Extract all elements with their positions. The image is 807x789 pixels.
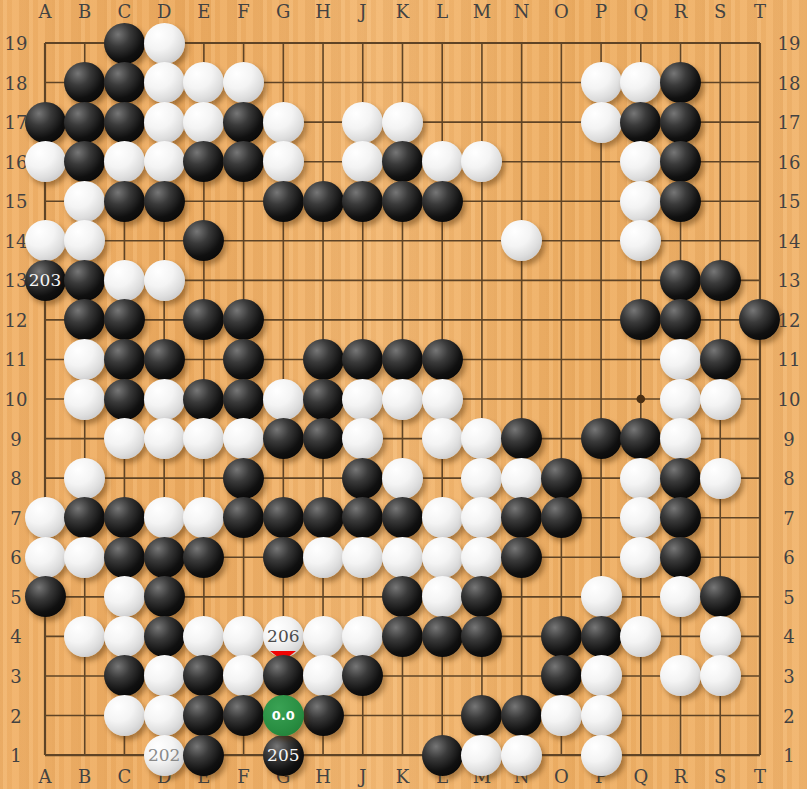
black-stone-R15 xyxy=(660,181,701,222)
white-stone-K10 xyxy=(382,379,423,420)
white-stone-B6 xyxy=(64,537,105,578)
white-stone-E17 xyxy=(183,102,224,143)
white-stone-L9 xyxy=(422,418,463,459)
row-label-right-6: 6 xyxy=(783,547,794,568)
white-stone-D7 xyxy=(144,497,185,538)
white-stone-J4 xyxy=(342,616,383,657)
black-stone-L11 xyxy=(422,339,463,380)
row-label-left-2: 2 xyxy=(10,705,21,726)
white-stone-H3 xyxy=(303,655,344,696)
black-stone-D5 xyxy=(144,576,185,617)
black-stone-K7 xyxy=(382,497,423,538)
column-label-top-M: M xyxy=(473,1,491,22)
white-stone-N1 xyxy=(501,735,542,776)
black-stone-J11 xyxy=(342,339,383,380)
white-stone-N8 xyxy=(501,458,542,499)
black-stone-E6 xyxy=(183,537,224,578)
row-label-left-19: 19 xyxy=(5,33,28,54)
row-label-right-14: 14 xyxy=(778,230,801,251)
black-stone-R17 xyxy=(660,102,701,143)
black-stone-G3 xyxy=(263,655,304,696)
column-label-bottom-J: J xyxy=(359,766,366,787)
black-stone-R6 xyxy=(660,537,701,578)
white-stone-K17 xyxy=(382,102,423,143)
white-stone-F9 xyxy=(223,418,264,459)
white-stone-L10 xyxy=(422,379,463,420)
row-label-left-12: 12 xyxy=(5,309,28,330)
black-stone-R8 xyxy=(660,458,701,499)
move-number-label-D1: 202 xyxy=(148,747,180,764)
white-stone-S10 xyxy=(700,379,741,420)
black-stone-K4 xyxy=(382,616,423,657)
white-stone-P3 xyxy=(581,655,622,696)
black-stone-C18 xyxy=(104,62,145,103)
white-stone-Q6 xyxy=(620,537,661,578)
column-label-bottom-A: A xyxy=(39,766,52,787)
black-stone-S13 xyxy=(700,260,741,301)
black-stone-L1 xyxy=(422,735,463,776)
white-stone-P18 xyxy=(581,62,622,103)
column-label-top-E: E xyxy=(197,1,210,22)
white-stone-S4 xyxy=(700,616,741,657)
black-stone-G9 xyxy=(263,418,304,459)
row-label-right-8: 8 xyxy=(783,468,794,489)
white-stone-Q4 xyxy=(620,616,661,657)
column-label-top-C: C xyxy=(118,1,132,22)
move-number-label-G4: 206 xyxy=(267,628,299,645)
black-stone-P9 xyxy=(581,418,622,459)
white-stone-K8 xyxy=(382,458,423,499)
black-stone-S5 xyxy=(700,576,741,617)
black-stone-D15 xyxy=(144,181,185,222)
score-overlay-G2: 0.0 xyxy=(263,695,304,736)
row-label-left-15: 15 xyxy=(5,191,28,212)
black-stone-K11 xyxy=(382,339,423,380)
black-stone-O4 xyxy=(541,616,582,657)
black-stone-H15 xyxy=(303,181,344,222)
row-label-right-17: 17 xyxy=(778,112,801,133)
row-label-right-12: 12 xyxy=(778,309,801,330)
row-label-right-10: 10 xyxy=(778,389,801,410)
white-stone-F4 xyxy=(223,616,264,657)
white-stone-B11 xyxy=(64,339,105,380)
column-label-top-F: F xyxy=(237,1,250,22)
black-stone-E10 xyxy=(183,379,224,420)
black-stone-A13: 203 xyxy=(25,260,66,301)
black-stone-F16 xyxy=(223,141,264,182)
black-stone-N6 xyxy=(501,537,542,578)
black-stone-K16 xyxy=(382,141,423,182)
black-stone-E1 xyxy=(183,735,224,776)
black-stone-F11 xyxy=(223,339,264,380)
row-label-right-13: 13 xyxy=(778,270,801,291)
column-label-top-J: J xyxy=(359,1,366,22)
row-label-left-10: 10 xyxy=(5,389,28,410)
white-stone-G10 xyxy=(263,379,304,420)
black-stone-C6 xyxy=(104,537,145,578)
black-stone-R7 xyxy=(660,497,701,538)
black-stone-A17 xyxy=(25,102,66,143)
white-stone-J17 xyxy=(342,102,383,143)
black-stone-C17 xyxy=(104,102,145,143)
row-label-right-1: 1 xyxy=(783,745,794,766)
column-label-top-B: B xyxy=(78,1,91,22)
go-board[interactable]: AABBCCDDEEFFGGHHJJKKLLMMNNOOPPQQRRSSTT19… xyxy=(0,0,807,789)
white-stone-Q8 xyxy=(620,458,661,499)
white-stone-C16 xyxy=(104,141,145,182)
column-label-top-T: T xyxy=(754,1,766,22)
row-label-left-8: 8 xyxy=(10,468,21,489)
white-stone-C2 xyxy=(104,695,145,736)
black-stone-N9 xyxy=(501,418,542,459)
white-stone-B15 xyxy=(64,181,105,222)
row-label-right-19: 19 xyxy=(778,33,801,54)
white-stone-C5 xyxy=(104,576,145,617)
white-stone-B10 xyxy=(64,379,105,420)
white-stone-R9 xyxy=(660,418,701,459)
white-stone-G17 xyxy=(263,102,304,143)
white-stone-K6 xyxy=(382,537,423,578)
column-label-top-L: L xyxy=(436,1,448,22)
white-stone-C13 xyxy=(104,260,145,301)
white-stone-M1 xyxy=(461,735,502,776)
row-label-right-5: 5 xyxy=(783,586,794,607)
white-stone-C4 xyxy=(104,616,145,657)
white-stone-L7 xyxy=(422,497,463,538)
black-stone-F2 xyxy=(223,695,264,736)
row-label-right-4: 4 xyxy=(783,626,794,647)
black-stone-B18 xyxy=(64,62,105,103)
row-label-right-2: 2 xyxy=(783,705,794,726)
white-stone-A16 xyxy=(25,141,66,182)
white-stone-A14 xyxy=(25,220,66,261)
column-label-top-A: A xyxy=(39,1,52,22)
column-label-bottom-T: T xyxy=(754,766,766,787)
white-stone-P1 xyxy=(581,735,622,776)
row-label-left-6: 6 xyxy=(10,547,21,568)
column-label-bottom-H: H xyxy=(315,766,331,787)
white-stone-E4 xyxy=(183,616,224,657)
black-stone-R16 xyxy=(660,141,701,182)
black-stone-D6 xyxy=(144,537,185,578)
move-number-label-A13: 203 xyxy=(29,272,61,289)
row-label-right-7: 7 xyxy=(783,507,794,528)
white-stone-H6 xyxy=(303,537,344,578)
white-stone-R11 xyxy=(660,339,701,380)
black-stone-J15 xyxy=(342,181,383,222)
column-label-bottom-C: C xyxy=(118,766,132,787)
black-stone-H7 xyxy=(303,497,344,538)
row-label-right-9: 9 xyxy=(783,428,794,449)
black-stone-J8 xyxy=(342,458,383,499)
white-stone-D18 xyxy=(144,62,185,103)
row-label-right-16: 16 xyxy=(778,151,801,172)
white-stone-S8 xyxy=(700,458,741,499)
black-stone-L15 xyxy=(422,181,463,222)
black-stone-P4 xyxy=(581,616,622,657)
white-stone-R10 xyxy=(660,379,701,420)
column-label-top-H: H xyxy=(315,1,331,22)
white-stone-D19 xyxy=(144,23,185,64)
white-stone-B8 xyxy=(64,458,105,499)
white-stone-A6 xyxy=(25,537,66,578)
row-label-right-18: 18 xyxy=(778,72,801,93)
column-label-top-K: K xyxy=(396,1,409,22)
white-stone-J10 xyxy=(342,379,383,420)
column-label-bottom-O: O xyxy=(554,766,569,787)
black-stone-N2 xyxy=(501,695,542,736)
black-stone-G7 xyxy=(263,497,304,538)
black-stone-D11 xyxy=(144,339,185,380)
white-stone-S3 xyxy=(700,655,741,696)
black-stone-F8 xyxy=(223,458,264,499)
white-stone-A7 xyxy=(25,497,66,538)
white-stone-L5 xyxy=(422,576,463,617)
row-label-left-11: 11 xyxy=(5,349,28,370)
white-stone-O2 xyxy=(541,695,582,736)
move-number-label-G1: 205 xyxy=(267,747,299,764)
white-stone-C9 xyxy=(104,418,145,459)
black-stone-C19 xyxy=(104,23,145,64)
row-label-right-15: 15 xyxy=(778,191,801,212)
black-stone-O8 xyxy=(541,458,582,499)
column-label-bottom-R: R xyxy=(674,766,688,787)
white-stone-G16 xyxy=(263,141,304,182)
black-stone-H10 xyxy=(303,379,344,420)
black-stone-D4 xyxy=(144,616,185,657)
row-label-left-18: 18 xyxy=(5,72,28,93)
column-label-top-R: R xyxy=(674,1,688,22)
white-stone-D9 xyxy=(144,418,185,459)
white-stone-D13 xyxy=(144,260,185,301)
row-label-left-3: 3 xyxy=(10,665,21,686)
black-stone-C15 xyxy=(104,181,145,222)
white-stone-Q15 xyxy=(620,181,661,222)
white-stone-P5 xyxy=(581,576,622,617)
black-stone-K15 xyxy=(382,181,423,222)
white-stone-F18 xyxy=(223,62,264,103)
row-label-left-7: 7 xyxy=(10,507,21,528)
white-stone-D10 xyxy=(144,379,185,420)
white-stone-D1: 202 xyxy=(144,735,185,776)
black-stone-M4 xyxy=(461,616,502,657)
black-stone-S11 xyxy=(700,339,741,380)
column-label-top-O: O xyxy=(554,1,569,22)
black-stone-F17 xyxy=(223,102,264,143)
black-stone-R13 xyxy=(660,260,701,301)
black-stone-O7 xyxy=(541,497,582,538)
black-stone-R18 xyxy=(660,62,701,103)
white-stone-M6 xyxy=(461,537,502,578)
white-stone-P2 xyxy=(581,695,622,736)
white-stone-D16 xyxy=(144,141,185,182)
row-label-left-5: 5 xyxy=(10,586,21,607)
black-stone-C7 xyxy=(104,497,145,538)
row-label-left-4: 4 xyxy=(10,626,21,647)
white-stone-D3 xyxy=(144,655,185,696)
column-label-bottom-F: F xyxy=(237,766,250,787)
black-stone-H9 xyxy=(303,418,344,459)
black-stone-H11 xyxy=(303,339,344,380)
row-label-left-1: 1 xyxy=(10,745,21,766)
white-stone-M8 xyxy=(461,458,502,499)
white-stone-J6 xyxy=(342,537,383,578)
black-stone-G6 xyxy=(263,537,304,578)
white-stone-P17 xyxy=(581,102,622,143)
black-stone-G15 xyxy=(263,181,304,222)
column-label-top-N: N xyxy=(514,1,530,22)
column-label-top-G: G xyxy=(276,1,290,22)
white-stone-D2 xyxy=(144,695,185,736)
white-stone-L16 xyxy=(422,141,463,182)
black-stone-Q17 xyxy=(620,102,661,143)
black-stone-C11 xyxy=(104,339,145,380)
column-label-bottom-B: B xyxy=(78,766,91,787)
column-label-top-S: S xyxy=(714,1,726,22)
score-overlay-label-G2: 0.0 xyxy=(272,709,295,722)
black-stone-B13 xyxy=(64,260,105,301)
column-label-bottom-K: K xyxy=(396,766,409,787)
white-stone-B4 xyxy=(64,616,105,657)
column-label-top-D: D xyxy=(157,1,171,22)
row-label-right-11: 11 xyxy=(778,349,801,370)
white-stone-L6 xyxy=(422,537,463,578)
column-label-top-Q: Q xyxy=(633,1,648,22)
column-label-top-P: P xyxy=(595,1,607,22)
row-label-left-9: 9 xyxy=(10,428,21,449)
black-stone-B17 xyxy=(64,102,105,143)
black-stone-L4 xyxy=(422,616,463,657)
column-label-bottom-Q: Q xyxy=(633,766,648,787)
white-stone-G4: 206 xyxy=(263,616,304,657)
black-stone-G1: 205 xyxy=(263,735,304,776)
black-stone-H2 xyxy=(303,695,344,736)
white-stone-D17 xyxy=(144,102,185,143)
column-label-bottom-S: S xyxy=(714,766,726,787)
row-label-right-3: 3 xyxy=(783,665,794,686)
black-stone-K5 xyxy=(382,576,423,617)
white-stone-H4 xyxy=(303,616,344,657)
black-stone-A5 xyxy=(25,576,66,617)
black-stone-F10 xyxy=(223,379,264,420)
black-stone-C10 xyxy=(104,379,145,420)
